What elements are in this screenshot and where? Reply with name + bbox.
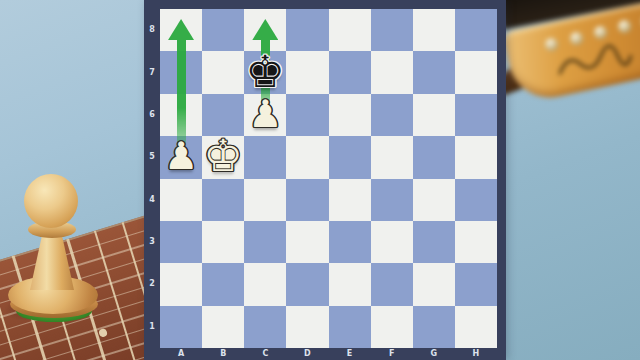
tuning-peg xyxy=(618,20,631,33)
rank-label-1: 1 xyxy=(144,306,160,348)
square-g7[interactable] xyxy=(413,51,455,93)
rank-label-2: 2 xyxy=(144,263,160,305)
pawn-head xyxy=(24,174,78,228)
square-b3[interactable] xyxy=(202,221,244,263)
rank-label-5: 5 xyxy=(144,136,160,178)
square-f7[interactable] xyxy=(371,51,413,93)
square-e3[interactable] xyxy=(329,221,371,263)
file-label-G: G xyxy=(413,348,455,360)
square-h6[interactable] xyxy=(455,94,497,136)
rank-label-4: 4 xyxy=(144,179,160,221)
square-g2[interactable] xyxy=(413,263,455,305)
square-d8[interactable] xyxy=(286,9,328,51)
file-label-D: D xyxy=(286,348,328,360)
square-e5[interactable] xyxy=(329,136,371,178)
file-label-H: H xyxy=(455,348,497,360)
square-b8[interactable] xyxy=(202,9,244,51)
file-label-B: B xyxy=(202,348,244,360)
square-h2[interactable] xyxy=(455,263,497,305)
square-g4[interactable] xyxy=(413,179,455,221)
square-a2[interactable] xyxy=(160,263,202,305)
square-h5[interactable] xyxy=(455,136,497,178)
square-d3[interactable] xyxy=(286,221,328,263)
square-f8[interactable] xyxy=(371,9,413,51)
square-g5[interactable] xyxy=(413,136,455,178)
rank-label-7: 7 xyxy=(144,51,160,93)
square-c3[interactable] xyxy=(244,221,286,263)
square-g3[interactable] xyxy=(413,221,455,263)
square-d2[interactable] xyxy=(286,263,328,305)
square-h7[interactable] xyxy=(455,51,497,93)
square-d4[interactable] xyxy=(286,179,328,221)
chess-board: ♚♟♚♟ 87654321ABCDEFGH xyxy=(144,0,506,360)
square-f2[interactable] xyxy=(371,263,413,305)
file-label-E: E xyxy=(329,348,371,360)
square-f6[interactable] xyxy=(371,94,413,136)
rank-label-8: 8 xyxy=(144,9,160,51)
file-label-C: C xyxy=(244,348,286,360)
white-pawn-a5[interactable]: ♟ xyxy=(160,135,202,177)
square-b7[interactable] xyxy=(202,51,244,93)
square-c4[interactable] xyxy=(244,179,286,221)
square-h4[interactable] xyxy=(455,179,497,221)
square-h3[interactable] xyxy=(455,221,497,263)
file-label-F: F xyxy=(371,348,413,360)
rank-label-3: 3 xyxy=(144,221,160,263)
guitar-headstock xyxy=(490,0,640,202)
square-g8[interactable] xyxy=(413,9,455,51)
square-b4[interactable] xyxy=(202,179,244,221)
square-e8[interactable] xyxy=(329,9,371,51)
black-king-c7[interactable]: ♚ xyxy=(244,50,286,92)
square-c2[interactable] xyxy=(244,263,286,305)
square-e7[interactable] xyxy=(329,51,371,93)
square-e6[interactable] xyxy=(329,94,371,136)
square-f3[interactable] xyxy=(371,221,413,263)
file-label-A: A xyxy=(160,348,202,360)
arrow-a5-a8 xyxy=(168,19,194,151)
square-a3[interactable] xyxy=(160,221,202,263)
white-pawn-c6[interactable]: ♟ xyxy=(244,93,286,135)
square-h1[interactable] xyxy=(455,306,497,348)
rank-label-6: 6 xyxy=(144,94,160,136)
tuning-peg xyxy=(594,26,607,39)
square-f5[interactable] xyxy=(371,136,413,178)
square-f4[interactable] xyxy=(371,179,413,221)
square-e4[interactable] xyxy=(329,179,371,221)
square-b2[interactable] xyxy=(202,263,244,305)
square-g6[interactable] xyxy=(413,94,455,136)
square-g1[interactable] xyxy=(413,306,455,348)
square-d5[interactable] xyxy=(286,136,328,178)
square-c1[interactable] xyxy=(244,306,286,348)
square-a4[interactable] xyxy=(160,179,202,221)
square-h8[interactable] xyxy=(455,9,497,51)
tuning-peg xyxy=(545,38,558,51)
white-king-b5[interactable]: ♚ xyxy=(202,135,244,177)
tuning-peg xyxy=(570,32,583,45)
square-f1[interactable] xyxy=(371,306,413,348)
squares-layer: ♚♟♚♟ xyxy=(160,9,497,348)
square-d7[interactable] xyxy=(286,51,328,93)
square-e1[interactable] xyxy=(329,306,371,348)
square-a1[interactable] xyxy=(160,306,202,348)
square-e2[interactable] xyxy=(329,263,371,305)
square-d1[interactable] xyxy=(286,306,328,348)
square-c5[interactable] xyxy=(244,136,286,178)
fret-inlay-dot xyxy=(98,328,108,338)
square-d6[interactable] xyxy=(286,94,328,136)
square-b1[interactable] xyxy=(202,306,244,348)
